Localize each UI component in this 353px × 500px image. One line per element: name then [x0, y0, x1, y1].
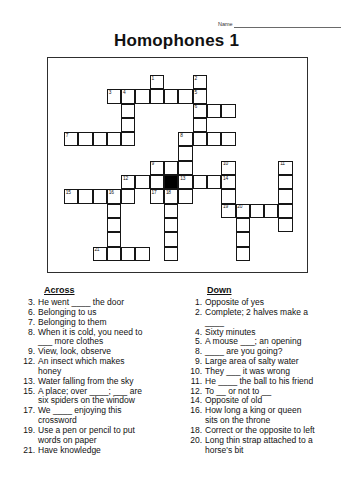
- grid-cell[interactable]: [107, 247, 121, 261]
- grid-cell[interactable]: [121, 247, 135, 261]
- cell-number: 2: [194, 76, 196, 82]
- grid-cell[interactable]: 18: [164, 189, 178, 203]
- cell-number: 20: [237, 204, 242, 210]
- clue-number: 2.: [189, 308, 205, 318]
- clue-item: 20.Long thin strap attached to a horse's…: [189, 436, 315, 456]
- grid-cell[interactable]: [135, 247, 149, 261]
- down-clue-list: 1.Opposite of yes2.Complete; 2 halves ma…: [189, 298, 315, 456]
- cell-number: 1: [152, 76, 154, 82]
- grid-cell[interactable]: 6: [193, 104, 207, 118]
- grid-cell[interactable]: [93, 132, 107, 146]
- clue-text: We ____ enjoying this crossword: [38, 406, 147, 426]
- grid-cell[interactable]: [250, 204, 264, 218]
- clue-text: An insect which makes honey: [38, 357, 147, 377]
- cell-number: 19: [223, 204, 228, 210]
- clue-text: Have knowledge: [38, 446, 147, 456]
- grid-cell[interactable]: [236, 232, 250, 246]
- grid-cell[interactable]: [164, 247, 178, 261]
- clue-item: 21.Have knowledge: [22, 446, 147, 456]
- clue-number: 21.: [22, 446, 38, 456]
- clue-text: Use a pen or pencil to put words on pape…: [38, 426, 147, 446]
- grid-cell[interactable]: [164, 218, 178, 232]
- clue-item: 16.How long a king or queen sits on the …: [189, 406, 315, 426]
- grid-cell[interactable]: 14: [221, 175, 235, 189]
- grid-cell[interactable]: 21: [93, 247, 107, 261]
- clue-number: 17.: [22, 406, 38, 416]
- clue-item: 8.When it is cold, you need to ___ more …: [22, 328, 147, 348]
- grid-cell[interactable]: [236, 247, 250, 261]
- grid-cell[interactable]: [278, 189, 292, 203]
- grid-cell[interactable]: [107, 232, 121, 246]
- clue-number: 15.: [22, 387, 38, 397]
- grid-cell[interactable]: [178, 89, 192, 103]
- grid-cell[interactable]: [121, 189, 135, 203]
- grid-cell[interactable]: [135, 175, 149, 189]
- cell-number: 6: [194, 104, 196, 110]
- grid-cell[interactable]: [107, 218, 121, 232]
- grid-cell[interactable]: [278, 218, 292, 232]
- clue-number: 20.: [189, 436, 205, 446]
- grid-cell[interactable]: [236, 218, 250, 232]
- across-header: Across: [44, 285, 75, 295]
- grid-cell[interactable]: 1: [150, 75, 164, 89]
- clue-text: When it is cold, you need to ___ more cl…: [38, 328, 147, 348]
- grid-cell[interactable]: [193, 118, 207, 132]
- grid-cell[interactable]: [107, 132, 121, 146]
- clue-item: 12.An insect which makes honey: [22, 357, 147, 377]
- grid-cell[interactable]: [193, 132, 207, 146]
- grid-cell[interactable]: [164, 232, 178, 246]
- grid-cell[interactable]: 19: [221, 204, 235, 218]
- clue-number: 19.: [22, 426, 38, 436]
- grid-cell[interactable]: [221, 189, 235, 203]
- grid-cell[interactable]: [164, 89, 178, 103]
- black-cell: [164, 175, 178, 189]
- grid-cell[interactable]: [193, 175, 207, 189]
- grid-cell[interactable]: [207, 175, 221, 189]
- grid-cell[interactable]: [178, 189, 192, 203]
- cell-number: 3: [109, 90, 111, 96]
- cell-number: 10: [223, 161, 228, 167]
- cell-number: 9: [152, 161, 154, 167]
- grid-cell[interactable]: 11: [278, 161, 292, 175]
- cell-number: 7: [66, 133, 68, 139]
- grid-cell[interactable]: [164, 204, 178, 218]
- puzzle-frame: 123456789101112131415161718192021: [47, 57, 308, 273]
- grid-cell[interactable]: [264, 204, 278, 218]
- grid-cell[interactable]: [278, 175, 292, 189]
- grid-cell[interactable]: 8: [178, 132, 192, 146]
- grid-cell[interactable]: 10: [221, 161, 235, 175]
- worksheet-page: Name Homophones 1 1234567891011121314151…: [0, 0, 353, 500]
- clue-item: 2.Complete; 2 halves make a ____: [189, 308, 315, 328]
- grid-cell[interactable]: 15: [64, 189, 78, 203]
- crossword-grid: 123456789101112131415161718192021: [64, 75, 293, 261]
- cell-number: 4: [123, 90, 125, 96]
- grid-cell[interactable]: [121, 132, 135, 146]
- cell-number: 11: [280, 161, 285, 167]
- grid-cell[interactable]: 3: [107, 89, 121, 103]
- grid-cell[interactable]: 5: [193, 89, 207, 103]
- grid-cell[interactable]: [150, 89, 164, 103]
- page-title: Homophones 1: [0, 31, 353, 51]
- grid-cell[interactable]: [178, 161, 192, 175]
- grid-cell[interactable]: [150, 175, 164, 189]
- grid-cell[interactable]: [78, 132, 92, 146]
- grid-cell[interactable]: [207, 104, 221, 118]
- clue-item: 19.Use a pen or pencil to put words on p…: [22, 426, 147, 446]
- cell-number: 15: [66, 190, 71, 196]
- clue-number: 12.: [22, 357, 38, 367]
- grid-cell[interactable]: 16: [107, 189, 121, 203]
- cell-number: 16: [109, 190, 114, 196]
- clue-number: 8.: [22, 328, 38, 338]
- grid-cell[interactable]: [121, 104, 135, 118]
- cell-number: 21: [94, 247, 99, 253]
- grid-cell[interactable]: [121, 118, 135, 132]
- cell-number: 12: [123, 176, 128, 182]
- grid-cell[interactable]: [93, 189, 107, 203]
- grid-cell[interactable]: [278, 204, 292, 218]
- grid-cell[interactable]: 4: [121, 89, 135, 103]
- grid-cell[interactable]: 7: [64, 132, 78, 146]
- grid-cell[interactable]: [221, 132, 235, 146]
- cell-number: 18: [166, 190, 171, 196]
- clue-item: 17.We ____ enjoying this crossword: [22, 406, 147, 426]
- grid-cell[interactable]: [207, 132, 221, 146]
- grid-cell[interactable]: 12: [121, 175, 135, 189]
- grid-cell[interactable]: 17: [150, 189, 164, 203]
- grid-cell[interactable]: [164, 161, 178, 175]
- grid-cell[interactable]: 13: [178, 175, 192, 189]
- clue-text: A place; over ____; ___ are six spiders …: [38, 387, 147, 407]
- grid-cell[interactable]: 20: [236, 204, 250, 218]
- clue-text: Long thin strap attached to a horse's bi…: [205, 436, 315, 456]
- grid-cell[interactable]: [78, 189, 92, 203]
- across-clue-list: 3.He went ____ the door6.Belonging to us…: [22, 298, 147, 456]
- clue-number: 16.: [189, 406, 205, 416]
- name-input-line[interactable]: [234, 19, 341, 28]
- grid-cell[interactable]: [135, 89, 149, 103]
- cell-number: 8: [180, 133, 182, 139]
- cell-number: 13: [180, 176, 185, 182]
- cell-number: 14: [223, 176, 228, 182]
- clue-item: 15.A place; over ____; ___ are six spide…: [22, 387, 147, 407]
- cell-number: 17: [152, 190, 157, 196]
- grid-cell[interactable]: 2: [193, 75, 207, 89]
- clue-text: Complete; 2 halves make a ____: [205, 308, 315, 328]
- clue-text: How long a king or queen sits on the thr…: [205, 406, 315, 426]
- grid-cell[interactable]: [178, 146, 192, 160]
- grid-cell[interactable]: [107, 204, 121, 218]
- cell-number: 5: [194, 90, 196, 96]
- down-header: Down: [207, 285, 232, 295]
- grid-cell[interactable]: 9: [150, 161, 164, 175]
- grid-cell[interactable]: [221, 104, 235, 118]
- name-label: Name: [218, 21, 233, 27]
